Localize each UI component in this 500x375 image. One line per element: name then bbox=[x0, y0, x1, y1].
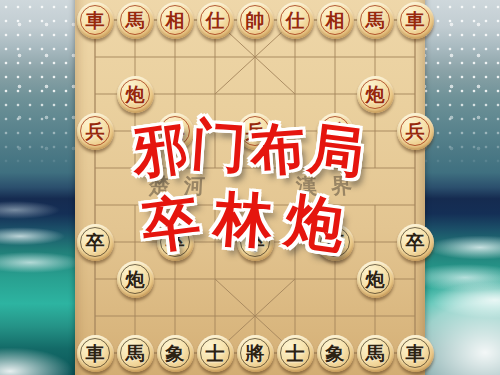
piece-black-general[interactable]: 將 bbox=[237, 335, 274, 372]
piece-glyph: 象 bbox=[166, 344, 185, 363]
piece-black-horse[interactable]: 馬 bbox=[117, 335, 154, 372]
piece-black-elephant[interactable]: 象 bbox=[157, 335, 194, 372]
piece-glyph: 士 bbox=[286, 344, 305, 363]
piece-red-chariot[interactable]: 車 bbox=[77, 2, 114, 39]
piece-glyph: 將 bbox=[246, 344, 265, 363]
piece-black-chariot[interactable]: 車 bbox=[77, 335, 114, 372]
piece-red-chariot[interactable]: 車 bbox=[397, 2, 434, 39]
piece-red-advisor[interactable]: 仕 bbox=[277, 2, 314, 39]
piece-glyph: 士 bbox=[206, 344, 225, 363]
piece-glyph: 帥 bbox=[246, 11, 265, 30]
piece-glyph: 象 bbox=[326, 344, 345, 363]
piece-glyph: 相 bbox=[326, 11, 345, 30]
piece-red-cannon[interactable]: 炮 bbox=[117, 76, 154, 113]
piece-glyph: 車 bbox=[406, 344, 425, 363]
piece-glyph: 炮 bbox=[366, 85, 385, 104]
title-character: 邪 bbox=[127, 110, 196, 191]
piece-red-elephant[interactable]: 相 bbox=[317, 2, 354, 39]
title-character: 林 bbox=[212, 180, 289, 263]
piece-red-horse[interactable]: 馬 bbox=[357, 2, 394, 39]
piece-black-advisor[interactable]: 士 bbox=[277, 335, 314, 372]
title-overlay-line1: 邪门布局 bbox=[0, 112, 500, 186]
piece-black-horse[interactable]: 馬 bbox=[357, 335, 394, 372]
piece-glyph: 炮 bbox=[366, 270, 385, 289]
title-character: 局 bbox=[304, 112, 372, 193]
title-character: 门 bbox=[189, 108, 253, 186]
piece-red-elephant[interactable]: 相 bbox=[157, 2, 194, 39]
title-character: 布 bbox=[248, 111, 312, 189]
title-character: 卒 bbox=[138, 181, 219, 267]
piece-black-elephant[interactable]: 象 bbox=[317, 335, 354, 372]
piece-glyph: 仕 bbox=[286, 11, 305, 30]
piece-red-cannon[interactable]: 炮 bbox=[357, 76, 394, 113]
piece-glyph: 炮 bbox=[126, 270, 145, 289]
piece-black-cannon[interactable]: 炮 bbox=[357, 261, 394, 298]
piece-glyph: 馬 bbox=[126, 11, 145, 30]
piece-glyph: 相 bbox=[166, 11, 185, 30]
piece-red-general[interactable]: 帥 bbox=[237, 2, 274, 39]
piece-glyph: 馬 bbox=[366, 344, 385, 363]
piece-black-chariot[interactable]: 車 bbox=[397, 335, 434, 372]
piece-glyph: 車 bbox=[86, 11, 105, 30]
piece-glyph: 馬 bbox=[126, 344, 145, 363]
piece-red-advisor[interactable]: 仕 bbox=[197, 2, 234, 39]
title-overlay-line2: 卒林炮 bbox=[0, 184, 500, 262]
piece-red-horse[interactable]: 馬 bbox=[117, 2, 154, 39]
piece-glyph: 炮 bbox=[126, 85, 145, 104]
piece-glyph: 仕 bbox=[206, 11, 225, 30]
piece-glyph: 車 bbox=[86, 344, 105, 363]
piece-glyph: 車 bbox=[406, 11, 425, 30]
piece-black-advisor[interactable]: 士 bbox=[197, 335, 234, 372]
piece-glyph: 馬 bbox=[366, 11, 385, 30]
title-character: 炮 bbox=[281, 181, 363, 268]
